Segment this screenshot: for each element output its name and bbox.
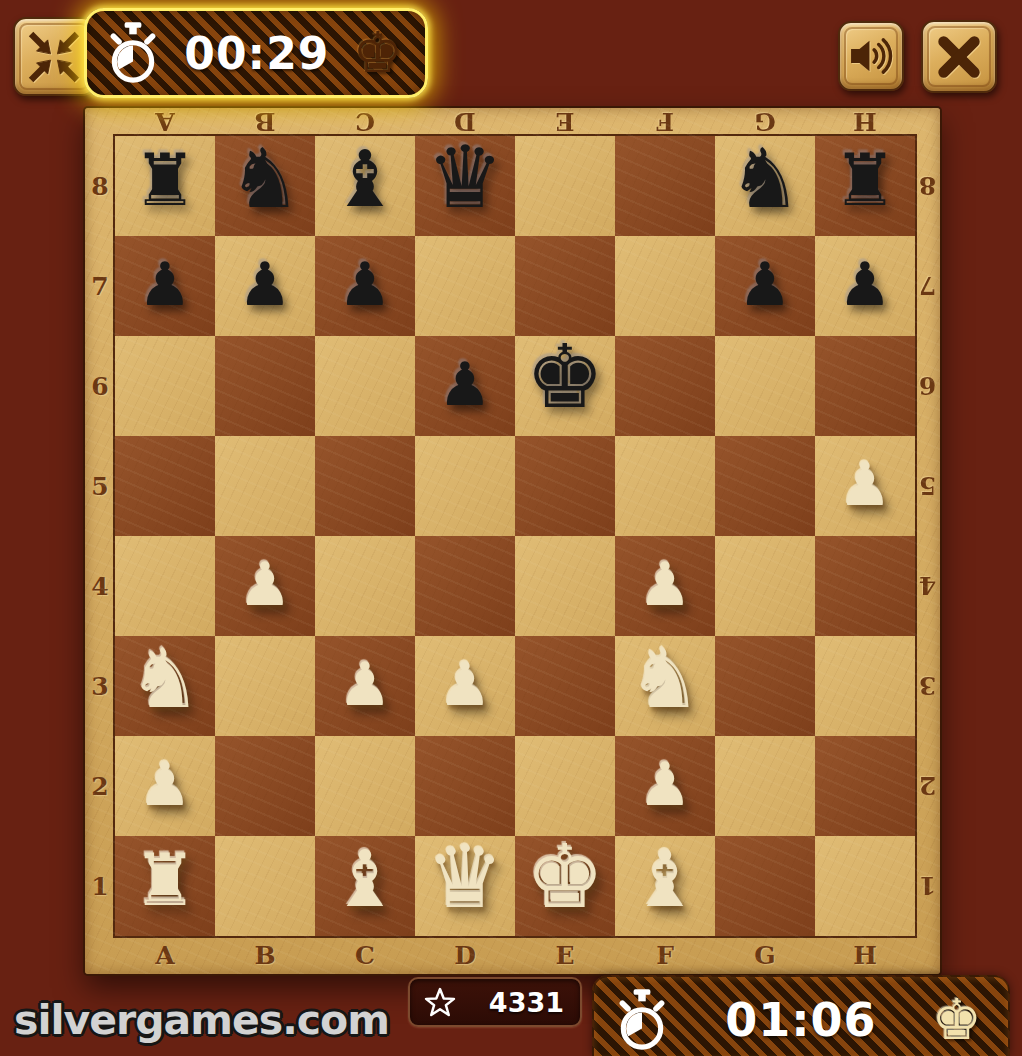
rank-label: 6 [85, 336, 115, 436]
piece-white-pawn[interactable]: ♟ [238, 554, 292, 614]
square-g3[interactable] [715, 636, 815, 736]
piece-white-pawn[interactable]: ♟ [638, 754, 692, 814]
square-a5[interactable] [115, 436, 215, 536]
fullscreen-icon [27, 30, 81, 84]
piece-white-rook[interactable]: ♜ [133, 844, 198, 916]
file-label: F [615, 108, 715, 136]
stopwatch-icon [614, 988, 670, 1052]
rank-label: 2 [915, 736, 940, 836]
piece-black-knight[interactable]: ♞ [228, 138, 302, 220]
square-f3[interactable]: ♞ [615, 636, 715, 736]
rank-labels-right: 87654321 [915, 136, 940, 936]
piece-black-pawn[interactable]: ♟ [238, 254, 292, 314]
piece-white-knight[interactable]: ♞ [628, 638, 702, 720]
square-f7[interactable] [615, 236, 715, 336]
score-value: 4331 [489, 987, 564, 1018]
rank-label: 2 [85, 736, 115, 836]
close-button[interactable] [921, 20, 997, 93]
square-e6[interactable]: ♚ [515, 336, 615, 436]
file-label: A [115, 936, 215, 974]
file-label: F [615, 936, 715, 974]
rank-label: 7 [915, 236, 940, 336]
piece-black-knight[interactable]: ♞ [728, 138, 802, 220]
square-b1[interactable] [215, 836, 315, 936]
fullscreen-button[interactable] [13, 17, 95, 96]
rank-labels-left: 87654321 [85, 136, 115, 936]
square-b3[interactable] [215, 636, 315, 736]
square-d8[interactable]: ♛ [415, 136, 515, 236]
rank-label: 5 [85, 436, 115, 536]
piece-black-pawn[interactable]: ♟ [338, 254, 392, 314]
square-b4[interactable]: ♟ [215, 536, 315, 636]
square-e7[interactable] [515, 236, 615, 336]
square-g6[interactable] [715, 336, 815, 436]
square-d6[interactable]: ♟ [415, 336, 515, 436]
black-timer-panel: 00:29 ♚ [84, 8, 428, 98]
square-b8[interactable]: ♞ [215, 136, 315, 236]
square-a1[interactable]: ♜ [115, 836, 215, 936]
piece-black-bishop[interactable]: ♝ [330, 140, 400, 218]
square-g1[interactable] [715, 836, 815, 936]
sound-button[interactable] [838, 21, 904, 91]
file-label: H [815, 936, 915, 974]
file-label: C [315, 108, 415, 136]
square-e8[interactable] [515, 136, 615, 236]
square-f1[interactable]: ♝ [615, 836, 715, 936]
chess-board: ABCDEFGH 87654321 87654321 ABCDEFGH ♜♞♝♛… [85, 108, 940, 974]
file-label: G [715, 936, 815, 974]
file-label: C [315, 936, 415, 974]
black-king-icon: ♚ [353, 25, 403, 81]
square-d7[interactable] [415, 236, 515, 336]
square-d2[interactable] [415, 736, 515, 836]
square-c5[interactable] [315, 436, 415, 536]
stopwatch-icon [105, 21, 161, 85]
piece-black-rook[interactable]: ♜ [133, 144, 198, 216]
white-timer-time: 01:06 [725, 993, 876, 1047]
white-timer-panel: 01:06 ♚ [592, 975, 1010, 1056]
piece-black-king[interactable]: ♚ [526, 333, 605, 421]
square-f5[interactable] [615, 436, 715, 536]
file-label: E [515, 936, 615, 974]
rank-label: 4 [85, 536, 115, 636]
board-grid: ♜♞♝♛♞♜♟♟♟♟♟♟♚♟♟♟♞♟♟♞♟♟♜♝♛♚♝ [115, 136, 915, 936]
close-icon [936, 34, 982, 80]
square-e2[interactable] [515, 736, 615, 836]
rank-label: 3 [85, 636, 115, 736]
rank-label: 8 [85, 136, 115, 236]
square-d1[interactable]: ♛ [415, 836, 515, 936]
rank-label: 1 [85, 836, 115, 936]
square-a4[interactable] [115, 536, 215, 636]
white-king-icon: ♚ [932, 992, 982, 1048]
square-e5[interactable] [515, 436, 615, 536]
piece-white-bishop[interactable]: ♝ [330, 840, 400, 918]
piece-black-rook[interactable]: ♜ [833, 144, 898, 216]
square-c3[interactable]: ♟ [315, 636, 415, 736]
piece-black-pawn[interactable]: ♟ [438, 354, 492, 414]
square-d4[interactable] [415, 536, 515, 636]
square-f6[interactable] [615, 336, 715, 436]
square-b2[interactable] [215, 736, 315, 836]
square-h5[interactable]: ♟ [815, 436, 915, 536]
rank-label: 4 [915, 536, 940, 636]
rank-label: 3 [915, 636, 940, 736]
square-g7[interactable]: ♟ [715, 236, 815, 336]
square-h7[interactable]: ♟ [815, 236, 915, 336]
piece-white-pawn[interactable]: ♟ [438, 654, 492, 714]
square-g4[interactable] [715, 536, 815, 636]
square-c1[interactable]: ♝ [315, 836, 415, 936]
square-e4[interactable] [515, 536, 615, 636]
score-panel: 4331 [408, 977, 582, 1027]
watermark: silvergames.com [14, 996, 389, 1044]
piece-white-pawn[interactable]: ♟ [338, 654, 392, 714]
square-h6[interactable] [815, 336, 915, 436]
square-e3[interactable] [515, 636, 615, 736]
file-label: E [515, 108, 615, 136]
file-label: B [215, 936, 315, 974]
piece-black-queen[interactable]: ♛ [426, 134, 503, 220]
square-h3[interactable] [815, 636, 915, 736]
file-label: A [115, 108, 215, 136]
speaker-icon [848, 35, 894, 77]
piece-black-pawn[interactable]: ♟ [738, 254, 792, 314]
square-a3[interactable]: ♞ [115, 636, 215, 736]
piece-white-pawn[interactable]: ♟ [838, 454, 892, 514]
piece-white-bishop[interactable]: ♝ [630, 840, 700, 918]
square-a7[interactable]: ♟ [115, 236, 215, 336]
piece-white-pawn[interactable]: ♟ [138, 754, 192, 814]
square-g2[interactable] [715, 736, 815, 836]
rank-label: 5 [915, 436, 940, 536]
square-h1[interactable] [815, 836, 915, 936]
square-c7[interactable]: ♟ [315, 236, 415, 336]
rank-label: 1 [915, 836, 940, 936]
square-c6[interactable] [315, 336, 415, 436]
square-h4[interactable] [815, 536, 915, 636]
star-icon [424, 987, 456, 1018]
piece-white-queen[interactable]: ♛ [426, 834, 503, 920]
file-labels-bottom: ABCDEFGH [115, 936, 915, 974]
square-f8[interactable] [615, 136, 715, 236]
square-f2[interactable]: ♟ [615, 736, 715, 836]
piece-white-king[interactable]: ♚ [526, 833, 605, 921]
rank-label: 8 [915, 136, 940, 236]
square-d5[interactable] [415, 436, 515, 536]
piece-white-knight[interactable]: ♞ [128, 638, 202, 720]
square-a2[interactable]: ♟ [115, 736, 215, 836]
square-g5[interactable] [715, 436, 815, 536]
square-e1[interactable]: ♚ [515, 836, 615, 936]
file-label: H [815, 108, 915, 136]
square-f4[interactable]: ♟ [615, 536, 715, 636]
square-g8[interactable]: ♞ [715, 136, 815, 236]
rank-label: 6 [915, 336, 940, 436]
square-b7[interactable]: ♟ [215, 236, 315, 336]
piece-black-pawn[interactable]: ♟ [838, 254, 892, 314]
square-b5[interactable] [215, 436, 315, 536]
square-c2[interactable] [315, 736, 415, 836]
file-label: D [415, 936, 515, 974]
black-timer-time: 00:29 [184, 28, 329, 79]
square-a8[interactable]: ♜ [115, 136, 215, 236]
piece-white-pawn[interactable]: ♟ [638, 554, 692, 614]
square-d3[interactable]: ♟ [415, 636, 515, 736]
square-c4[interactable] [315, 536, 415, 636]
square-c8[interactable]: ♝ [315, 136, 415, 236]
square-h8[interactable]: ♜ [815, 136, 915, 236]
rank-label: 7 [85, 236, 115, 336]
piece-black-pawn[interactable]: ♟ [138, 254, 192, 314]
square-a6[interactable] [115, 336, 215, 436]
square-b6[interactable] [215, 336, 315, 436]
square-h2[interactable] [815, 736, 915, 836]
